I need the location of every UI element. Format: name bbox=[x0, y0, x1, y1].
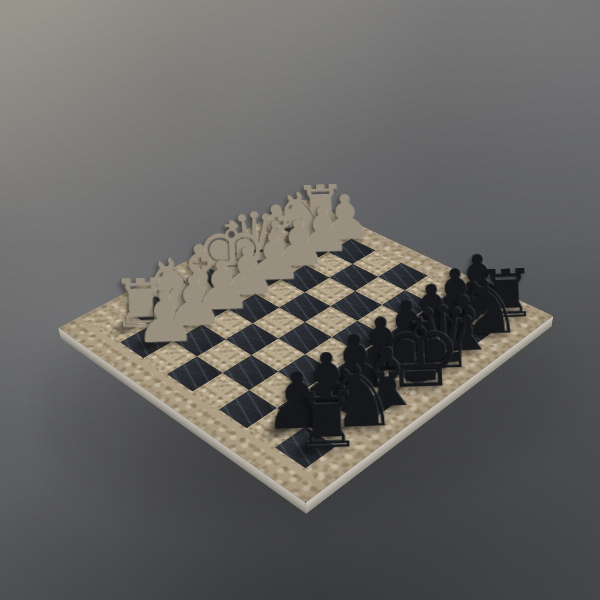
board-surface: ♜♞♝♚♛♝♞♜♟♟♟♟♟♟♟♟♟♟♟♟♟♟♟♟♜♞♝♚♛♝♞♜ bbox=[58, 199, 553, 503]
black-rook-icon[interactable]: ♜ bbox=[291, 391, 336, 454]
board-grid: ♜♞♝♚♛♝♞♜♟♟♟♟♟♟♟♟♟♟♟♟♟♟♟♟♜♞♝♚♛♝♞♜ bbox=[98, 216, 514, 468]
perspective-container: ♜♞♝♚♛♝♞♜♟♟♟♟♟♟♟♟♟♟♟♟♟♟♟♟♜♞♝♚♛♝♞♜ bbox=[0, 0, 600, 600]
chess-board[interactable]: ♜♞♝♚♛♝♞♜♟♟♟♟♟♟♟♟♟♟♟♟♟♟♟♟♜♞♝♚♛♝♞♜ bbox=[58, 199, 553, 503]
white-pawn-icon[interactable]: ♟ bbox=[133, 290, 173, 347]
square-a4[interactable] bbox=[353, 250, 401, 276]
scene: ♜♞♝♚♛♝♞♜♟♟♟♟♟♟♟♟♟♟♟♟♟♟♟♟♜♞♝♚♛♝♞♜ bbox=[0, 0, 600, 600]
